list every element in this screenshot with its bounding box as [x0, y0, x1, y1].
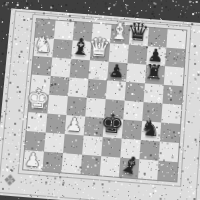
square-a6[interactable]	[32, 56, 52, 76]
piece-black-queen-f8[interactable]: ♛	[128, 11, 149, 45]
square-d1[interactable]	[81, 155, 102, 176]
square-h3[interactable]	[160, 122, 180, 143]
piece-black-rook-g6[interactable]: ♜	[144, 49, 165, 84]
piece-white-pawn-c3[interactable]: ♟	[64, 99, 86, 134]
square-h6[interactable]	[164, 66, 184, 86]
square-c2[interactable]	[63, 134, 84, 155]
square-c1[interactable]	[61, 153, 82, 174]
square-h2[interactable]	[159, 142, 179, 163]
square-h7[interactable]	[165, 48, 185, 68]
piece-black-pawn-e6[interactable]: ♟	[106, 46, 127, 81]
square-b1[interactable]	[42, 152, 63, 173]
piece-black-king-e3[interactable]: ♚	[102, 102, 124, 137]
square-c5[interactable]	[68, 77, 88, 97]
square-c6[interactable]	[69, 59, 89, 79]
square-h8[interactable]	[166, 29, 186, 49]
square-e5[interactable]	[106, 80, 126, 100]
square-g5[interactable]	[144, 83, 164, 103]
piece-black-knight-g3[interactable]: ♞	[140, 105, 161, 140]
square-d2[interactable]	[82, 136, 103, 157]
board-sheet: ♝♛♞♝♛♟♟♜♚♟♚♞♟♝ ❖	[0, 8, 200, 200]
square-b5[interactable]	[49, 76, 69, 96]
piece-white-king-a4[interactable]: ♚	[27, 77, 49, 112]
square-d5[interactable]	[87, 79, 107, 99]
board-photo: ♝♛♞♝♛♟♟♜♚♟♚♞♟♝ ❖	[0, 0, 200, 200]
square-a3[interactable]	[27, 112, 48, 132]
piece-white-pawn-a1[interactable]: ♟	[22, 134, 44, 170]
square-b2[interactable]	[44, 133, 65, 154]
corner-ornament-icon: ❖	[0, 171, 20, 191]
square-h1[interactable]	[157, 161, 177, 182]
square-h4[interactable]	[161, 104, 181, 124]
piece-white-knight-a7[interactable]: ♞	[33, 22, 55, 56]
square-e2[interactable]	[101, 137, 122, 158]
square-f5[interactable]	[125, 82, 145, 102]
square-h5[interactable]	[162, 85, 182, 105]
square-b6[interactable]	[51, 57, 71, 77]
